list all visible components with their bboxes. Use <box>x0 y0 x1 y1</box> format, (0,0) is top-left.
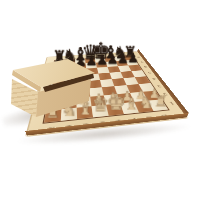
square-e2: ♟ <box>104 94 121 105</box>
square-f1: ♝ <box>120 102 139 114</box>
wooden-storage-box <box>0 55 100 125</box>
product-photo-chess-set[interactable]: ♜♞♝♛♚♝♞♜♟♟♟♟♟♟♟♟♟♟♟♟♟♟♟♟♜♞♝♛♚♝♞♜ ABCDEFG… <box>0 0 200 200</box>
